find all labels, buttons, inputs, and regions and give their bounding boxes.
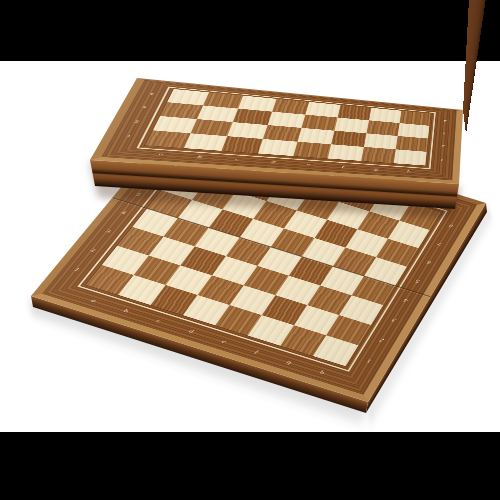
folded-file-label-f: f <box>342 165 345 169</box>
folded-rank-label-right-2: 2 <box>441 145 445 149</box>
folded-square-e1 <box>293 142 331 159</box>
folded-square-d1 <box>258 139 298 156</box>
folded-file-label-g: g <box>374 167 378 171</box>
folded-square-f1 <box>328 144 364 161</box>
folded-square-h1 <box>394 149 427 165</box>
bottom-letterbox-bar <box>0 432 500 500</box>
folded-rank-label-right-1: 1 <box>440 158 444 162</box>
folded-file-label-b: b <box>197 155 203 159</box>
folded-square-g1 <box>361 147 396 163</box>
folded-rank-label-right-4: 4 <box>443 119 446 122</box>
folded-square-b1 <box>184 133 227 151</box>
folded-square-c1 <box>222 136 263 153</box>
top-letterbox-bar <box>0 0 500 61</box>
folded-file-label-h: h <box>407 169 411 173</box>
product-photo-scene: aa11bb22cc33dd44ee55ff66gg77hh88 abcdefg… <box>0 0 500 500</box>
folded-rank-label-right-3: 3 <box>442 132 446 135</box>
folded-file-label-d: d <box>271 160 276 164</box>
